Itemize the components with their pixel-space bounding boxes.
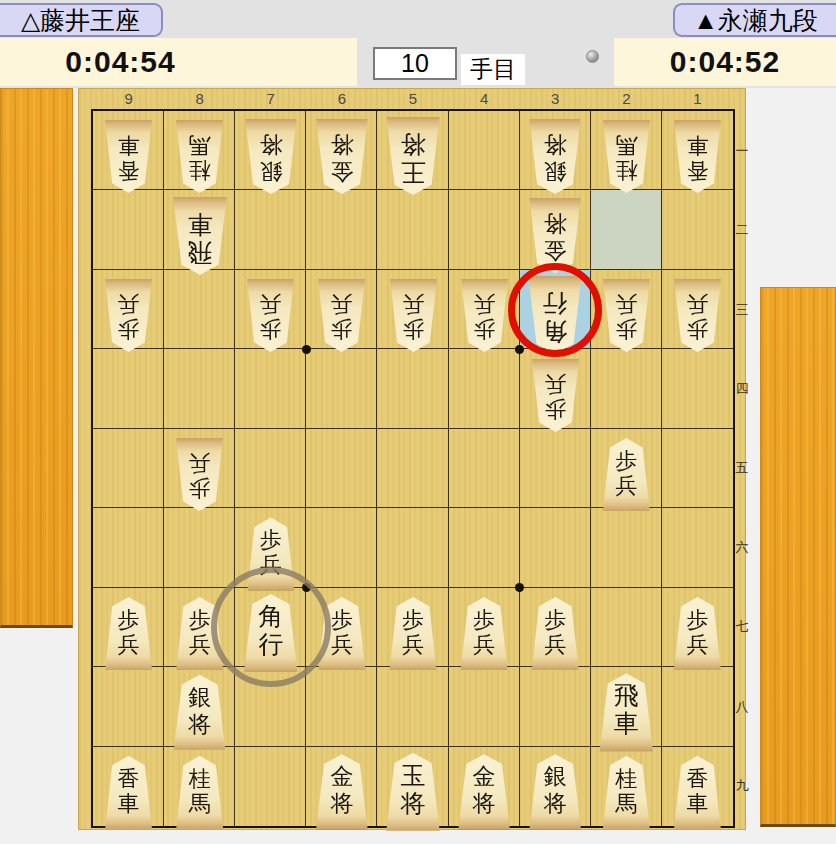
square-72	[235, 190, 306, 269]
piece-kanji: 兵	[331, 632, 353, 657]
status-ball-icon[interactable]	[586, 50, 599, 63]
piece-kanji: 将	[401, 130, 426, 158]
shogi-board: 987654321 一二三四五六七八九 香車桂馬銀将金将王将銀将桂馬香車飛車金将…	[78, 88, 746, 830]
gote-clock: 0:04:54	[0, 38, 357, 86]
move-number-input[interactable]	[373, 47, 457, 80]
piece-kanji: 歩	[331, 607, 353, 632]
piece-kanji: 玉	[401, 762, 426, 790]
square-24	[591, 349, 662, 428]
square-36	[520, 508, 591, 587]
piece-kanji: 歩	[118, 607, 140, 632]
piece-kanji: 金	[544, 237, 567, 264]
square-14	[662, 349, 733, 428]
piece-kanji: 歩	[544, 397, 566, 422]
square-95	[93, 429, 164, 508]
piece-kanji: 桂	[189, 766, 211, 791]
piece-kanji: 将	[544, 790, 567, 817]
piece-kanji: 将	[188, 711, 211, 738]
file-label: 9	[93, 89, 164, 109]
piece-kanji: 兵	[615, 292, 637, 317]
square-44	[449, 349, 520, 428]
rank-label: 一	[736, 111, 748, 190]
piece-kanji: 歩	[260, 317, 282, 342]
piece-kanji: 歩	[615, 448, 637, 473]
square-64	[306, 349, 377, 428]
sente-clock: 0:04:52	[614, 38, 836, 86]
piece-kanji: 香	[118, 766, 140, 791]
piece-kanji: 歩	[686, 607, 708, 632]
piece-kanji: 将	[544, 210, 567, 237]
rank-label: 二	[736, 190, 748, 269]
square-86	[164, 508, 235, 587]
piece-kanji: 銀	[259, 158, 282, 185]
square-38	[520, 667, 591, 746]
piece-kanji: 兵	[473, 632, 495, 657]
square-83	[164, 270, 235, 349]
piece-kanji: 桂	[189, 158, 211, 183]
piece-kanji: 馬	[615, 791, 637, 816]
previous-move-marker	[211, 567, 331, 687]
square-74	[235, 349, 306, 428]
piece-kanji: 兵	[402, 292, 424, 317]
rank-label: 八	[736, 667, 748, 746]
square-26	[591, 508, 662, 587]
piece-kanji: 金	[473, 763, 496, 790]
piece-kanji: 桂	[615, 158, 637, 183]
square-79	[235, 747, 306, 826]
piece-kanji: 飛	[187, 238, 212, 266]
piece-kanji: 歩	[189, 476, 211, 501]
piece-kanji: 歩	[189, 607, 211, 632]
piece-kanji: 銀	[188, 684, 211, 711]
piece-kanji: 王	[401, 158, 426, 186]
piece-kanji: 車	[614, 710, 639, 738]
square-22	[591, 190, 662, 269]
rank-label: 四	[736, 349, 748, 428]
piece-kanji: 車	[118, 133, 140, 158]
piece-kanji: 歩	[402, 317, 424, 342]
square-46	[449, 508, 520, 587]
file-label: 6	[306, 89, 377, 109]
piece-kanji: 兵	[615, 473, 637, 498]
piece-kanji: 銀	[544, 763, 567, 790]
rank-labels: 一二三四五六七八九	[736, 111, 748, 826]
sente-piece-stand	[760, 287, 836, 827]
file-labels: 987654321	[93, 89, 733, 109]
stage: 987654321 一二三四五六七八九 香車桂馬銀将金将王将銀将桂馬香車飛車金将…	[0, 88, 836, 844]
piece-kanji: 兵	[189, 451, 211, 476]
square-96	[93, 508, 164, 587]
square-98	[93, 667, 164, 746]
piece-kanji: 将	[330, 131, 353, 158]
piece-kanji: 馬	[189, 791, 211, 816]
piece-kanji: 兵	[189, 632, 211, 657]
piece-kanji: 歩	[331, 317, 353, 342]
header: △藤井王座 ▲永瀬九段 0:04:54 手目 0:04:52	[0, 0, 836, 88]
file-label: 8	[164, 89, 235, 109]
piece-kanji: 兵	[473, 292, 495, 317]
square-62	[306, 190, 377, 269]
piece-kanji: 兵	[260, 292, 282, 317]
file-label: 7	[235, 89, 306, 109]
file-label: 1	[662, 89, 733, 109]
board-grid: 香車桂馬銀将金将王将銀将桂馬香車飛車金将歩兵歩兵歩兵歩兵歩兵角行歩兵歩兵歩兵歩兵…	[91, 109, 735, 828]
piece-kanji: 車	[686, 133, 708, 158]
star-point	[302, 345, 311, 354]
square-41	[449, 111, 520, 190]
piece-kanji: 車	[686, 791, 708, 816]
square-84	[164, 349, 235, 428]
square-54	[377, 349, 448, 428]
piece-kanji: 金	[330, 158, 353, 185]
piece-kanji: 歩	[544, 607, 566, 632]
square-92	[93, 190, 164, 269]
sente-nameplate: ▲永瀬九段	[673, 3, 836, 37]
piece-kanji: 馬	[615, 133, 637, 158]
square-42	[449, 190, 520, 269]
piece-kanji: 歩	[686, 317, 708, 342]
sente-name: ▲永瀬九段	[693, 4, 818, 37]
piece-kanji: 兵	[686, 632, 708, 657]
star-point	[515, 345, 524, 354]
square-12	[662, 190, 733, 269]
square-52	[377, 190, 448, 269]
square-56	[377, 508, 448, 587]
square-48	[449, 667, 520, 746]
gote-clock-value: 0:04:54	[65, 45, 175, 79]
piece-kanji: 車	[187, 210, 212, 238]
piece-kanji: 兵	[118, 292, 140, 317]
piece-kanji: 香	[686, 766, 708, 791]
piece-kanji: 飛	[614, 682, 639, 710]
square-66	[306, 508, 377, 587]
piece-kanji: 香	[118, 158, 140, 183]
piece-kanji: 香	[686, 158, 708, 183]
square-55	[377, 429, 448, 508]
square-58	[377, 667, 448, 746]
piece-kanji: 将	[259, 131, 282, 158]
piece-kanji: 兵	[402, 632, 424, 657]
piece-kanji: 兵	[686, 292, 708, 317]
piece-kanji: 馬	[189, 133, 211, 158]
piece-kanji: 兵	[118, 632, 140, 657]
rank-label: 三	[736, 270, 748, 349]
piece-kanji: 桂	[615, 766, 637, 791]
piece-kanji: 兵	[544, 632, 566, 657]
square-68	[306, 667, 377, 746]
sente-clock-value: 0:04:52	[670, 45, 780, 79]
piece-kanji: 歩	[118, 317, 140, 342]
last-move-marker	[508, 263, 602, 357]
rank-label: 六	[736, 508, 748, 587]
square-27	[591, 588, 662, 667]
piece-kanji: 金	[330, 763, 353, 790]
square-35	[520, 429, 591, 508]
piece-kanji: 歩	[473, 607, 495, 632]
piece-kanji: 将	[544, 131, 567, 158]
square-45	[449, 429, 520, 508]
piece-kanji: 歩	[402, 607, 424, 632]
square-94	[93, 349, 164, 428]
square-65	[306, 429, 377, 508]
square-75	[235, 429, 306, 508]
square-16	[662, 508, 733, 587]
piece-kanji: 将	[473, 790, 496, 817]
rank-label: 九	[736, 747, 748, 826]
piece-kanji: 兵	[331, 292, 353, 317]
rank-label: 五	[736, 429, 748, 508]
file-label: 4	[449, 89, 520, 109]
square-18	[662, 667, 733, 746]
piece-kanji: 歩	[260, 527, 282, 552]
piece-kanji: 歩	[473, 317, 495, 342]
gote-name: △藤井王座	[21, 4, 140, 37]
piece-kanji: 歩	[615, 317, 637, 342]
gote-piece-stand	[0, 88, 73, 628]
file-label: 3	[520, 89, 591, 109]
piece-kanji: 将	[330, 790, 353, 817]
file-label: 5	[377, 89, 448, 109]
piece-kanji: 車	[118, 791, 140, 816]
piece-kanji: 将	[401, 790, 426, 818]
piece-kanji: 銀	[544, 158, 567, 185]
move-count-label: 手目	[461, 54, 525, 85]
rank-label: 七	[736, 588, 748, 667]
square-15	[662, 429, 733, 508]
piece-kanji: 兵	[544, 372, 566, 397]
file-label: 2	[591, 89, 662, 109]
gote-nameplate: △藤井王座	[0, 3, 163, 37]
